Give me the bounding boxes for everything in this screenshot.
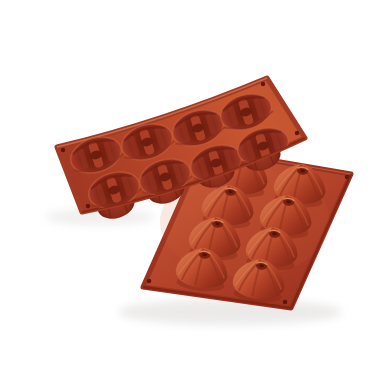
corner-hole <box>283 300 288 305</box>
corner-hole <box>295 131 299 135</box>
corner-hole <box>345 175 350 180</box>
product-photo-svg <box>0 0 390 390</box>
corner-hole <box>61 148 65 152</box>
corner-hole <box>86 204 90 208</box>
corner-hole <box>261 82 265 86</box>
corner-hole <box>147 279 152 284</box>
product-photo <box>0 0 390 390</box>
